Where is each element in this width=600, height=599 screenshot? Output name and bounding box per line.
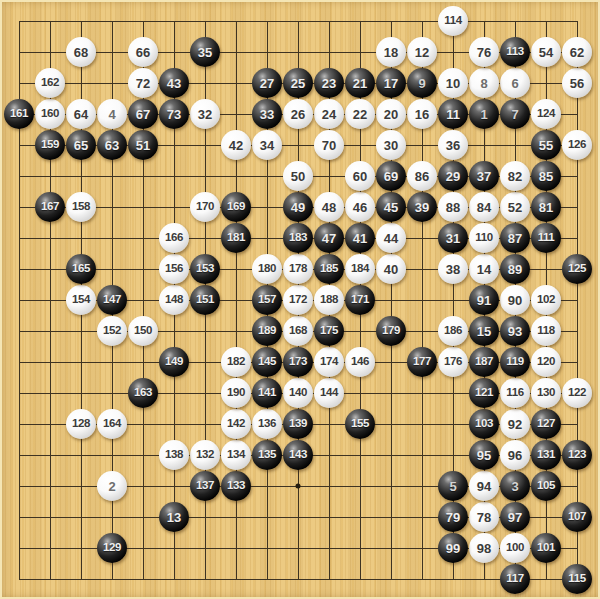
stone-black-175: 175 — [314, 316, 344, 346]
stone-white-114: 114 — [438, 6, 468, 36]
stone-white-78: 78 — [469, 502, 499, 532]
stone-black-21: 21 — [345, 68, 375, 98]
stone-black-133: 133 — [221, 471, 251, 501]
stone-white-8: 8 — [469, 68, 499, 98]
stone-white-20: 20 — [376, 99, 406, 129]
stone-white-16: 16 — [407, 99, 437, 129]
board-grid[interactable]: 1234567891011121314151617182021222324252… — [19, 21, 578, 580]
stone-black-9: 9 — [407, 68, 437, 98]
stone-white-42: 42 — [221, 130, 251, 160]
stone-black-165: 165 — [66, 254, 96, 284]
stone-white-64: 64 — [66, 99, 96, 129]
stone-white-118: 118 — [531, 316, 561, 346]
stone-black-161: 161 — [4, 99, 34, 129]
stone-white-38: 38 — [438, 254, 468, 284]
stone-white-70: 70 — [314, 130, 344, 160]
stone-black-151: 151 — [190, 285, 220, 315]
stone-black-17: 17 — [376, 68, 406, 98]
stone-white-178: 178 — [283, 254, 313, 284]
stone-black-159: 159 — [35, 130, 65, 160]
stone-black-67: 67 — [128, 99, 158, 129]
stone-black-27: 27 — [252, 68, 282, 98]
stone-black-23: 23 — [314, 68, 344, 98]
stone-black-117: 117 — [500, 564, 530, 594]
stone-white-128: 128 — [66, 409, 96, 439]
stone-black-121: 121 — [469, 378, 499, 408]
stone-black-81: 81 — [531, 192, 561, 222]
stone-black-127: 127 — [531, 409, 561, 439]
stone-black-95: 95 — [469, 440, 499, 470]
stone-white-176: 176 — [438, 347, 468, 377]
stone-white-92: 92 — [500, 409, 530, 439]
stone-white-158: 158 — [66, 192, 96, 222]
stone-white-132: 132 — [190, 440, 220, 470]
stone-white-154: 154 — [66, 285, 96, 315]
stone-black-45: 45 — [376, 192, 406, 222]
stone-white-122: 122 — [562, 378, 592, 408]
stone-white-146: 146 — [345, 347, 375, 377]
stone-white-110: 110 — [469, 223, 499, 253]
stone-white-96: 96 — [500, 440, 530, 470]
stone-white-130: 130 — [531, 378, 561, 408]
stone-black-7: 7 — [500, 99, 530, 129]
stone-black-177: 177 — [407, 347, 437, 377]
go-board: 1234567891011121314151617182021222324252… — [0, 0, 600, 599]
stone-black-153: 153 — [190, 254, 220, 284]
stone-black-89: 89 — [500, 254, 530, 284]
stone-white-152: 152 — [97, 316, 127, 346]
stone-white-174: 174 — [314, 347, 344, 377]
stone-white-120: 120 — [531, 347, 561, 377]
stone-black-91: 91 — [469, 285, 499, 315]
stone-white-26: 26 — [283, 99, 313, 129]
stone-black-181: 181 — [221, 223, 251, 253]
stone-white-156: 156 — [159, 254, 189, 284]
star-point — [296, 484, 301, 489]
stone-black-167: 167 — [35, 192, 65, 222]
stone-white-84: 84 — [469, 192, 499, 222]
stone-white-148: 148 — [159, 285, 189, 315]
stone-white-46: 46 — [345, 192, 375, 222]
stone-black-113: 113 — [500, 37, 530, 67]
stone-black-107: 107 — [562, 502, 592, 532]
stone-white-134: 134 — [221, 440, 251, 470]
stone-black-123: 123 — [562, 440, 592, 470]
stone-white-36: 36 — [438, 130, 468, 160]
stone-black-29: 29 — [438, 161, 468, 191]
stone-black-47: 47 — [314, 223, 344, 253]
stone-white-184: 184 — [345, 254, 375, 284]
stone-black-39: 39 — [407, 192, 437, 222]
stone-black-143: 143 — [283, 440, 313, 470]
stone-black-63: 63 — [97, 130, 127, 160]
stone-black-31: 31 — [438, 223, 468, 253]
stone-black-173: 173 — [283, 347, 313, 377]
stone-black-111: 111 — [531, 223, 561, 253]
stone-white-12: 12 — [407, 37, 437, 67]
stone-white-186: 186 — [438, 316, 468, 346]
stone-white-162: 162 — [35, 68, 65, 98]
stone-black-15: 15 — [469, 316, 499, 346]
stone-white-30: 30 — [376, 130, 406, 160]
stone-black-1: 1 — [469, 99, 499, 129]
stone-black-179: 179 — [376, 316, 406, 346]
stone-white-116: 116 — [500, 378, 530, 408]
stone-black-131: 131 — [531, 440, 561, 470]
stone-black-55: 55 — [531, 130, 561, 160]
stone-black-37: 37 — [469, 161, 499, 191]
stone-black-155: 155 — [345, 409, 375, 439]
stone-white-168: 168 — [283, 316, 313, 346]
stone-white-2: 2 — [97, 471, 127, 501]
stone-white-166: 166 — [159, 223, 189, 253]
stone-white-44: 44 — [376, 223, 406, 253]
stone-white-24: 24 — [314, 99, 344, 129]
stone-black-73: 73 — [159, 99, 189, 129]
stone-black-43: 43 — [159, 68, 189, 98]
stone-white-18: 18 — [376, 37, 406, 67]
stone-white-188: 188 — [314, 285, 344, 315]
stone-black-79: 79 — [438, 502, 468, 532]
stone-black-11: 11 — [438, 99, 468, 129]
stone-white-54: 54 — [531, 37, 561, 67]
stone-black-103: 103 — [469, 409, 499, 439]
stone-white-48: 48 — [314, 192, 344, 222]
stone-black-185: 185 — [314, 254, 344, 284]
stone-white-98: 98 — [469, 533, 499, 563]
stone-black-93: 93 — [500, 316, 530, 346]
stone-white-22: 22 — [345, 99, 375, 129]
stone-black-35: 35 — [190, 37, 220, 67]
stone-black-147: 147 — [97, 285, 127, 315]
stone-white-62: 62 — [562, 37, 592, 67]
stone-white-50: 50 — [283, 161, 313, 191]
stone-white-72: 72 — [128, 68, 158, 98]
stone-white-10: 10 — [438, 68, 468, 98]
stone-white-86: 86 — [407, 161, 437, 191]
stone-white-94: 94 — [469, 471, 499, 501]
stone-black-51: 51 — [128, 130, 158, 160]
stone-white-90: 90 — [500, 285, 530, 315]
stone-black-163: 163 — [128, 378, 158, 408]
stone-black-101: 101 — [531, 533, 561, 563]
stone-white-56: 56 — [562, 68, 592, 98]
stone-black-69: 69 — [376, 161, 406, 191]
stone-black-137: 137 — [190, 471, 220, 501]
stone-white-142: 142 — [221, 409, 251, 439]
stone-white-6: 6 — [500, 68, 530, 98]
stone-black-187: 187 — [469, 347, 499, 377]
stone-white-180: 180 — [252, 254, 282, 284]
stone-black-129: 129 — [97, 533, 127, 563]
stone-black-149: 149 — [159, 347, 189, 377]
stone-white-68: 68 — [66, 37, 96, 67]
stone-white-32: 32 — [190, 99, 220, 129]
stone-white-14: 14 — [469, 254, 499, 284]
stone-white-172: 172 — [283, 285, 313, 315]
stone-black-25: 25 — [283, 68, 313, 98]
stone-black-157: 157 — [252, 285, 282, 315]
stone-white-170: 170 — [190, 192, 220, 222]
stone-white-76: 76 — [469, 37, 499, 67]
stone-white-144: 144 — [314, 378, 344, 408]
stone-white-138: 138 — [159, 440, 189, 470]
stone-white-100: 100 — [500, 533, 530, 563]
stone-black-171: 171 — [345, 285, 375, 315]
stone-white-102: 102 — [531, 285, 561, 315]
stone-black-139: 139 — [283, 409, 313, 439]
stone-black-85: 85 — [531, 161, 561, 191]
stone-white-126: 126 — [562, 130, 592, 160]
stone-black-169: 169 — [221, 192, 251, 222]
stone-white-66: 66 — [128, 37, 158, 67]
stone-white-52: 52 — [500, 192, 530, 222]
stone-black-145: 145 — [252, 347, 282, 377]
stone-black-3: 3 — [500, 471, 530, 501]
stone-white-40: 40 — [376, 254, 406, 284]
stone-white-60: 60 — [345, 161, 375, 191]
stone-black-105: 105 — [531, 471, 561, 501]
stone-black-115: 115 — [562, 564, 592, 594]
stone-white-34: 34 — [252, 130, 282, 160]
stone-white-4: 4 — [97, 99, 127, 129]
stone-black-183: 183 — [283, 223, 313, 253]
stone-white-150: 150 — [128, 316, 158, 346]
stone-white-160: 160 — [35, 99, 65, 129]
stone-black-189: 189 — [252, 316, 282, 346]
stone-black-97: 97 — [500, 502, 530, 532]
stone-black-49: 49 — [283, 192, 313, 222]
stone-black-5: 5 — [438, 471, 468, 501]
stone-white-164: 164 — [97, 409, 127, 439]
stone-black-33: 33 — [252, 99, 282, 129]
stone-white-88: 88 — [438, 192, 468, 222]
stone-black-125: 125 — [562, 254, 592, 284]
stone-black-135: 135 — [252, 440, 282, 470]
stone-black-65: 65 — [66, 130, 96, 160]
stone-black-119: 119 — [500, 347, 530, 377]
stone-black-99: 99 — [438, 533, 468, 563]
stone-white-136: 136 — [252, 409, 282, 439]
stone-white-124: 124 — [531, 99, 561, 129]
stone-white-82: 82 — [500, 161, 530, 191]
stone-black-87: 87 — [500, 223, 530, 253]
stone-white-190: 190 — [221, 378, 251, 408]
stone-black-13: 13 — [159, 502, 189, 532]
stone-white-182: 182 — [221, 347, 251, 377]
stone-black-141: 141 — [252, 378, 282, 408]
stone-white-140: 140 — [283, 378, 313, 408]
stone-black-41: 41 — [345, 223, 375, 253]
